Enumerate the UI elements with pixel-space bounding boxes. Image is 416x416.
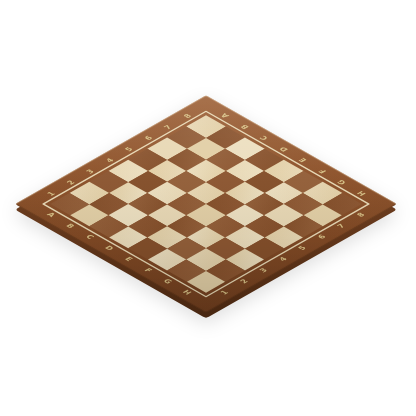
product-photo-background: ABCDEFGH ABCDEFGH 87654321 87654321 [0,0,416,416]
chess-board-photo: ABCDEFGH ABCDEFGH 87654321 87654321 [0,0,416,416]
playing-field [50,115,361,292]
chess-board: ABCDEFGH ABCDEFGH 87654321 87654321 [15,95,397,313]
chess-board-tilted-group: ABCDEFGH ABCDEFGH 87654321 87654321 [15,95,397,313]
